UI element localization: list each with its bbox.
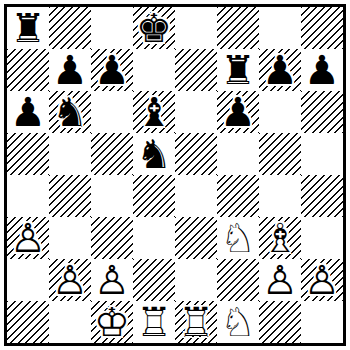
piece-black-rook: ♜	[217, 49, 259, 91]
square-f3[interactable]: ♞♘	[217, 217, 259, 259]
square-a8[interactable]: ♜	[7, 7, 49, 49]
white-piece-outline-glyph: ♘	[217, 217, 259, 259]
board-frame: ♜♚♟♟♜♟♟♟♞♝♟♞♟♙♞♘♝♗♟♙♟♙♟♙♟♙♚♔♜♖♜♖♞♘	[4, 4, 346, 346]
piece-white-pawn: ♟♙	[259, 259, 301, 301]
square-d1[interactable]: ♜♖	[133, 301, 175, 343]
chess-board: ♜♚♟♟♜♟♟♟♞♝♟♞♟♙♞♘♝♗♟♙♟♙♟♙♟♙♚♔♜♖♜♖♞♘	[7, 7, 343, 343]
piece-black-pawn: ♟	[301, 49, 343, 91]
piece-white-king: ♚♔	[91, 301, 133, 343]
square-c8[interactable]	[91, 7, 133, 49]
piece-white-knight: ♞♘	[217, 217, 259, 259]
square-g2[interactable]: ♟♙	[259, 259, 301, 301]
square-a1[interactable]	[7, 301, 49, 343]
square-d3[interactable]	[133, 217, 175, 259]
white-piece-outline-glyph: ♘	[217, 301, 259, 343]
square-g3[interactable]: ♝♗	[259, 217, 301, 259]
square-b4[interactable]	[49, 175, 91, 217]
square-b6[interactable]: ♞	[49, 91, 91, 133]
square-e2[interactable]	[175, 259, 217, 301]
square-a2[interactable]	[7, 259, 49, 301]
piece-white-rook: ♜♖	[133, 301, 175, 343]
white-piece-outline-glyph: ♗	[259, 217, 301, 259]
square-b2[interactable]: ♟♙	[49, 259, 91, 301]
piece-white-pawn: ♟♙	[91, 259, 133, 301]
piece-black-pawn: ♟	[7, 91, 49, 133]
square-c7[interactable]: ♟	[91, 49, 133, 91]
square-d2[interactable]	[133, 259, 175, 301]
black-piece-glyph: ♜	[217, 49, 259, 91]
square-b7[interactable]: ♟	[49, 49, 91, 91]
square-h4[interactable]	[301, 175, 343, 217]
square-h3[interactable]	[301, 217, 343, 259]
square-h5[interactable]	[301, 133, 343, 175]
black-piece-glyph: ♚	[133, 7, 175, 49]
black-piece-glyph: ♞	[49, 91, 91, 133]
black-piece-glyph: ♟	[7, 91, 49, 133]
square-c5[interactable]	[91, 133, 133, 175]
square-a5[interactable]	[7, 133, 49, 175]
white-piece-outline-glyph: ♙	[91, 259, 133, 301]
piece-black-pawn: ♟	[259, 49, 301, 91]
black-piece-glyph: ♜	[7, 7, 49, 49]
square-b5[interactable]	[49, 133, 91, 175]
piece-white-knight: ♞♘	[217, 301, 259, 343]
square-f4[interactable]	[217, 175, 259, 217]
square-d5[interactable]: ♞	[133, 133, 175, 175]
square-g1[interactable]	[259, 301, 301, 343]
square-c3[interactable]	[91, 217, 133, 259]
square-f8[interactable]	[217, 7, 259, 49]
square-g8[interactable]	[259, 7, 301, 49]
square-h7[interactable]: ♟	[301, 49, 343, 91]
white-piece-outline-glyph: ♖	[133, 301, 175, 343]
square-e8[interactable]	[175, 7, 217, 49]
black-piece-glyph: ♟	[49, 49, 91, 91]
piece-black-pawn: ♟	[91, 49, 133, 91]
square-e5[interactable]	[175, 133, 217, 175]
square-b8[interactable]	[49, 7, 91, 49]
square-g7[interactable]: ♟	[259, 49, 301, 91]
square-a3[interactable]: ♟♙	[7, 217, 49, 259]
black-piece-glyph: ♝	[133, 91, 175, 133]
piece-black-bishop: ♝	[133, 91, 175, 133]
piece-white-pawn: ♟♙	[301, 259, 343, 301]
square-e3[interactable]	[175, 217, 217, 259]
square-b1[interactable]	[49, 301, 91, 343]
square-e6[interactable]	[175, 91, 217, 133]
square-a6[interactable]: ♟	[7, 91, 49, 133]
white-piece-outline-glyph: ♙	[49, 259, 91, 301]
square-g4[interactable]	[259, 175, 301, 217]
square-d6[interactable]: ♝	[133, 91, 175, 133]
square-g6[interactable]	[259, 91, 301, 133]
square-c1[interactable]: ♚♔	[91, 301, 133, 343]
piece-white-pawn: ♟♙	[49, 259, 91, 301]
square-e4[interactable]	[175, 175, 217, 217]
piece-black-pawn: ♟	[217, 91, 259, 133]
square-d7[interactable]	[133, 49, 175, 91]
white-piece-outline-glyph: ♔	[91, 301, 133, 343]
square-c4[interactable]	[91, 175, 133, 217]
square-c6[interactable]	[91, 91, 133, 133]
square-f2[interactable]	[217, 259, 259, 301]
square-h2[interactable]: ♟♙	[301, 259, 343, 301]
black-piece-glyph: ♟	[259, 49, 301, 91]
black-piece-glyph: ♟	[301, 49, 343, 91]
square-e7[interactable]	[175, 49, 217, 91]
black-piece-glyph: ♟	[91, 49, 133, 91]
square-a7[interactable]	[7, 49, 49, 91]
square-h8[interactable]	[301, 7, 343, 49]
square-f1[interactable]: ♞♘	[217, 301, 259, 343]
square-f6[interactable]: ♟	[217, 91, 259, 133]
square-b3[interactable]	[49, 217, 91, 259]
square-g5[interactable]	[259, 133, 301, 175]
black-piece-glyph: ♞	[133, 133, 175, 175]
square-h1[interactable]	[301, 301, 343, 343]
square-h6[interactable]	[301, 91, 343, 133]
piece-black-rook: ♜	[7, 7, 49, 49]
white-piece-outline-glyph: ♙	[259, 259, 301, 301]
square-f5[interactable]	[217, 133, 259, 175]
square-f7[interactable]: ♜	[217, 49, 259, 91]
chess-diagram-page: ♜♚♟♟♜♟♟♟♞♝♟♞♟♙♞♘♝♗♟♙♟♙♟♙♟♙♚♔♜♖♜♖♞♘	[0, 0, 350, 350]
white-piece-outline-glyph: ♙	[7, 217, 49, 259]
square-d4[interactable]	[133, 175, 175, 217]
white-piece-outline-glyph: ♙	[301, 259, 343, 301]
piece-black-pawn: ♟	[49, 49, 91, 91]
piece-black-knight: ♞	[133, 133, 175, 175]
square-a4[interactable]	[7, 175, 49, 217]
white-piece-outline-glyph: ♖	[175, 301, 217, 343]
piece-black-knight: ♞	[49, 91, 91, 133]
piece-black-king: ♚	[133, 7, 175, 49]
piece-white-pawn: ♟♙	[7, 217, 49, 259]
piece-white-rook: ♜♖	[175, 301, 217, 343]
piece-white-bishop: ♝♗	[259, 217, 301, 259]
square-c2[interactable]: ♟♙	[91, 259, 133, 301]
square-e1[interactable]: ♜♖	[175, 301, 217, 343]
square-d8[interactable]: ♚	[133, 7, 175, 49]
black-piece-glyph: ♟	[217, 91, 259, 133]
